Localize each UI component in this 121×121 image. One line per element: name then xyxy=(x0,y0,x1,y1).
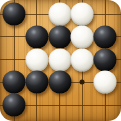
white-stone xyxy=(71,25,94,48)
board-intersection xyxy=(48,48,71,71)
board-intersection xyxy=(25,71,48,94)
black-stone xyxy=(3,94,26,117)
board-intersection xyxy=(25,94,48,117)
black-stone xyxy=(25,25,48,48)
board-intersection xyxy=(3,94,26,117)
board-intersection xyxy=(94,25,117,48)
board-intersection xyxy=(48,25,71,48)
black-stone xyxy=(94,48,117,71)
board-intersection xyxy=(71,71,94,94)
white-stone xyxy=(48,48,71,71)
go-board xyxy=(3,3,117,117)
black-stone xyxy=(3,71,26,94)
board-intersection xyxy=(94,71,117,94)
board-intersection xyxy=(3,3,26,26)
board-intersection xyxy=(94,3,117,26)
white-stone xyxy=(25,48,48,71)
board-intersection xyxy=(71,25,94,48)
board-intersection xyxy=(25,48,48,71)
white-stone xyxy=(71,48,94,71)
black-stone xyxy=(48,71,71,94)
board-intersection xyxy=(3,48,26,71)
black-stone xyxy=(25,71,48,94)
board-intersection xyxy=(25,25,48,48)
board-intersection xyxy=(94,48,117,71)
board-intersection xyxy=(71,48,94,71)
go-board-app-icon[interactable] xyxy=(0,0,121,121)
black-stone xyxy=(3,3,26,26)
board-intersection xyxy=(3,71,26,94)
board-intersection xyxy=(48,3,71,26)
board-intersection xyxy=(48,71,71,94)
board-intersection xyxy=(94,94,117,117)
board-intersection xyxy=(25,3,48,26)
board-intersection xyxy=(71,3,94,26)
white-stone xyxy=(48,3,71,26)
board-intersection xyxy=(48,94,71,117)
white-stone xyxy=(71,3,94,26)
white-stone xyxy=(94,71,117,94)
board-intersection xyxy=(3,25,26,48)
black-stone xyxy=(94,25,117,48)
board-intersection xyxy=(71,94,94,117)
black-stone xyxy=(48,25,71,48)
